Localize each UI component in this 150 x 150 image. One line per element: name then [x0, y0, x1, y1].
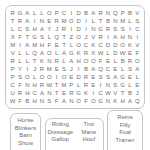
grid-cell[interactable]: L	[16, 49, 23, 57]
grid-cell[interactable]: I	[53, 73, 60, 81]
grid-cell[interactable]: R	[38, 65, 45, 73]
grid-cell[interactable]: E	[90, 73, 97, 81]
word-item: Reins	[108, 114, 142, 122]
grid-cell[interactable]: S	[38, 33, 45, 41]
grid-cell[interactable]: L	[90, 17, 97, 25]
grid-cell[interactable]: L	[53, 49, 60, 57]
grid-cell[interactable]: A	[38, 25, 45, 33]
grid-cell[interactable]: H	[31, 25, 38, 33]
grid-cell[interactable]: O	[46, 9, 53, 17]
grid-cell[interactable]: E	[53, 41, 60, 49]
grid-cell[interactable]: F	[16, 33, 23, 41]
grid-cell[interactable]: W	[97, 49, 104, 57]
grid-cell[interactable]: N	[46, 57, 53, 65]
grid-cell[interactable]: O	[24, 73, 31, 81]
grid-cell[interactable]: A	[24, 41, 31, 49]
grid-cell[interactable]: J	[68, 65, 75, 73]
grid-cell[interactable]: L	[9, 25, 16, 33]
grid-cell[interactable]: S	[112, 81, 119, 89]
grid-cell[interactable]: B	[104, 17, 111, 25]
grid-cell[interactable]: K	[38, 57, 45, 65]
grid-cell[interactable]: H	[31, 81, 38, 89]
grid-cell[interactable]: P	[119, 9, 126, 17]
grid-cell[interactable]: L	[126, 81, 133, 89]
grid-cell[interactable]: O	[134, 57, 141, 65]
grid-cell[interactable]: I	[82, 17, 89, 25]
word-item: Show	[11, 140, 40, 148]
grid-cell[interactable]: A	[90, 9, 97, 17]
grid-cell[interactable]: B	[126, 89, 133, 97]
grid-cell[interactable]: Q	[97, 65, 104, 73]
grid-cell[interactable]: E	[126, 49, 133, 57]
grid-cell[interactable]: S	[104, 73, 111, 81]
word-item: Barn	[11, 132, 40, 140]
grid-cell[interactable]: R	[38, 81, 45, 89]
grid-cell[interactable]: B	[126, 9, 133, 17]
grid-cell[interactable]: O	[82, 57, 89, 65]
grid-cell[interactable]: M	[60, 81, 67, 89]
grid-cell[interactable]: L	[75, 81, 82, 89]
grid-cell[interactable]: I	[24, 65, 31, 73]
grid-cell[interactable]: A	[126, 97, 133, 105]
grid-cell[interactable]: I	[68, 9, 75, 17]
grid-cell[interactable]: Y	[46, 25, 53, 33]
grid-cell[interactable]: N	[104, 9, 111, 17]
grid-cell[interactable]: F	[97, 57, 104, 65]
grid-cell[interactable]: A	[38, 89, 45, 97]
grid-cell[interactable]: S	[134, 17, 141, 25]
grid-cell[interactable]: G	[119, 81, 126, 89]
grid-cell[interactable]: W	[46, 81, 53, 89]
grid-cell[interactable]: A	[60, 49, 67, 57]
grid-cell[interactable]: G	[97, 97, 104, 105]
grid-cell[interactable]: L	[38, 9, 45, 17]
grid-cell[interactable]: I	[134, 33, 141, 41]
grid-cell[interactable]: E	[90, 81, 97, 89]
grid-cell[interactable]: M	[119, 17, 126, 25]
grid-cell[interactable]: R	[104, 25, 111, 33]
grid-cell[interactable]: K	[82, 89, 89, 97]
grid-cell[interactable]: L	[31, 9, 38, 17]
grid-cell[interactable]: C	[104, 65, 111, 73]
grid-cell[interactable]: L	[126, 17, 133, 25]
grid-cell[interactable]: T	[31, 57, 38, 65]
grid-cell[interactable]: E	[46, 17, 53, 25]
grid-cell[interactable]: L	[68, 41, 75, 49]
grid-cell[interactable]: H	[31, 97, 38, 105]
grid-cell[interactable]: M	[60, 17, 67, 25]
grid-cell[interactable]: P	[9, 65, 16, 73]
grid-cell[interactable]: A	[134, 65, 141, 73]
grid-cell[interactable]: J	[82, 33, 89, 41]
grid-cell[interactable]: N	[38, 17, 45, 25]
grid-cell[interactable]: H	[119, 97, 126, 105]
grid-cell[interactable]: I	[31, 17, 38, 25]
grid-cell[interactable]: G	[75, 89, 82, 97]
word-item: Dressage	[46, 129, 75, 137]
grid-cell[interactable]: C	[97, 89, 104, 97]
grid-cell[interactable]: E	[134, 81, 141, 89]
grid-cell[interactable]: S	[24, 25, 31, 33]
grid-cell[interactable]: Q	[53, 33, 60, 41]
grid-cell[interactable]: R	[60, 25, 67, 33]
grid-cell[interactable]: C	[9, 81, 16, 89]
grid-cell[interactable]: S	[97, 73, 104, 81]
grid-cell[interactable]: H	[38, 41, 45, 49]
grid-cell[interactable]: L	[24, 49, 31, 57]
grid-cell[interactable]: G	[68, 49, 75, 57]
grid-cell[interactable]: T	[24, 33, 31, 41]
grid-cell[interactable]: H	[24, 89, 31, 97]
grid-cell[interactable]: A	[24, 9, 31, 17]
grid-cell[interactable]: C	[82, 41, 89, 49]
grid-cell[interactable]: N	[104, 81, 111, 89]
grid-cell[interactable]: V	[112, 89, 119, 97]
grid-cell[interactable]: A	[60, 97, 67, 105]
grid-cell[interactable]: Q	[112, 9, 119, 17]
grid-cell[interactable]: Z	[68, 33, 75, 41]
grid-cell[interactable]: O	[46, 49, 53, 57]
grid-cell[interactable]: I	[97, 81, 104, 89]
grid-cell[interactable]: M	[46, 65, 53, 73]
grid-cell[interactable]: O	[75, 33, 82, 41]
grid-cell[interactable]: G	[31, 33, 38, 41]
grid-cell[interactable]: N	[104, 97, 111, 105]
grid-cell[interactable]: S	[46, 97, 53, 105]
grid-cell[interactable]: S	[60, 65, 67, 73]
grid-cell[interactable]: A	[112, 73, 119, 81]
grid-cell[interactable]: C	[16, 25, 23, 33]
word-item: Horse	[11, 117, 40, 125]
grid-cell[interactable]: M	[9, 41, 16, 49]
grid-cell[interactable]: N	[24, 81, 31, 89]
grid-cell[interactable]: N	[46, 89, 53, 97]
grid-cell[interactable]: Q	[31, 49, 38, 57]
grid-cell[interactable]: T	[97, 17, 104, 25]
grid-cell[interactable]: T	[119, 89, 126, 97]
grid-cell[interactable]: F	[16, 81, 23, 89]
grid-cell[interactable]: D	[75, 25, 82, 33]
word-search-board: RGALLOPCIDBARNQPBVTRAINERMODILTBNMLSLCSH…	[5, 5, 145, 109]
word-item: Riding	[46, 121, 75, 129]
grid-cell[interactable]: E	[60, 89, 67, 97]
grid-cell[interactable]: A	[112, 33, 119, 41]
word-item: Gallop	[46, 136, 75, 144]
grid-cell[interactable]: D	[112, 41, 119, 49]
grid-cell[interactable]: D	[75, 73, 82, 81]
grid-cell[interactable]: L	[46, 33, 53, 41]
grid-cell[interactable]: R	[97, 33, 104, 41]
grid-cell[interactable]: N	[90, 25, 97, 33]
grid-cell[interactable]: R	[68, 89, 75, 97]
grid-cell[interactable]: C	[134, 25, 141, 33]
grid-cell[interactable]: B	[82, 65, 89, 73]
word-item: Foal	[108, 129, 142, 137]
grid-cell[interactable]: K	[126, 41, 133, 49]
grid-cell[interactable]: F	[53, 97, 60, 105]
grid-cell[interactable]: R	[82, 81, 89, 89]
grid-cell[interactable]: S	[126, 65, 133, 73]
grid-cell[interactable]: N	[68, 97, 75, 105]
word-item: Mane	[75, 129, 104, 137]
grid-cell[interactable]: L	[134, 73, 141, 81]
grid-cell[interactable]: B	[119, 57, 126, 65]
grid-cell[interactable]: D	[75, 17, 82, 25]
grid-cell[interactable]: O	[75, 97, 82, 105]
grid-cell[interactable]: C	[60, 9, 67, 17]
grid-cell[interactable]: A	[38, 49, 45, 57]
grid-cell[interactable]: O	[75, 41, 82, 49]
grid-cell[interactable]: A	[68, 57, 75, 65]
grid-cell[interactable]: S	[112, 25, 119, 33]
grid-cell[interactable]: H	[119, 33, 126, 41]
word-bank-box-2-col-1: RidingDressageGallop	[46, 121, 75, 150]
grid-cell[interactable]: A	[24, 17, 31, 25]
grid-cell[interactable]: B	[82, 9, 89, 17]
grid-cell[interactable]: U	[9, 89, 16, 97]
grid-cell[interactable]: O	[60, 73, 67, 81]
grid-cell[interactable]: K	[90, 41, 97, 49]
grid-cell[interactable]: O	[46, 73, 53, 81]
grid-cell[interactable]: Y	[16, 65, 23, 73]
grid-cell[interactable]: V	[134, 41, 141, 49]
grid-cell[interactable]: K	[75, 49, 82, 57]
grid-cell[interactable]: J	[31, 65, 38, 73]
grid-cell[interactable]: F	[134, 49, 141, 57]
grid-cell[interactable]: T	[9, 17, 16, 25]
grid-cell[interactable]: L	[60, 57, 67, 65]
grid-cell[interactable]: D	[75, 9, 82, 17]
grid-cell[interactable]: M	[31, 41, 38, 49]
grid-cell[interactable]: R	[9, 57, 16, 65]
word-item: Blinkers	[11, 125, 40, 133]
grid-cell[interactable]: S	[16, 73, 23, 81]
word-bank-box-2: RidingDressageGallop TrotManeHoof	[45, 118, 104, 150]
word-item: Trainer	[108, 137, 142, 145]
grid-cell[interactable]: Q	[134, 97, 141, 105]
grid-cell[interactable]: O	[38, 73, 45, 81]
grid-cell[interactable]: C	[97, 41, 104, 49]
grid-cell[interactable]: T	[53, 89, 60, 97]
word-bank-box-2-col-2: TrotManeHoof	[75, 121, 104, 150]
grid-cell[interactable]: A	[90, 65, 97, 73]
grid-cell[interactable]: F	[16, 97, 23, 105]
grid-cell[interactable]: R	[16, 89, 23, 97]
grid-cell[interactable]: L	[16, 57, 23, 65]
grid-cell[interactable]: E	[68, 73, 75, 81]
grid-cell[interactable]: G	[97, 25, 104, 33]
grid-cell[interactable]: G	[16, 9, 23, 17]
grid-cell[interactable]: F	[82, 97, 89, 105]
grid-cell[interactable]: E	[53, 65, 60, 73]
grid-cell[interactable]: E	[104, 57, 111, 65]
grid-cell[interactable]: P	[53, 9, 60, 17]
grid-cell[interactable]: O	[68, 17, 75, 25]
grid-cell[interactable]: R	[82, 73, 89, 81]
grid-cell[interactable]: B	[24, 97, 31, 105]
grid-cell[interactable]: I	[16, 41, 23, 49]
grid-cell[interactable]: J	[53, 25, 60, 33]
grid-cell[interactable]: I	[82, 25, 89, 33]
word-item: Trot	[75, 121, 104, 129]
grid-cell[interactable]: W	[119, 49, 126, 57]
grid-cell[interactable]: R	[9, 9, 16, 17]
grid-cell[interactable]: L	[104, 49, 111, 57]
grid-cell[interactable]: J	[134, 89, 141, 97]
grid-cell[interactable]: C	[31, 89, 38, 97]
grid-cell[interactable]: V	[134, 9, 141, 17]
grid-cell[interactable]: L	[119, 65, 126, 73]
grid-cell[interactable]: V	[9, 49, 16, 57]
grid-cell[interactable]: I	[75, 65, 82, 73]
grid-cell[interactable]: I	[104, 33, 111, 41]
grid-cell[interactable]: L	[31, 73, 38, 81]
grid-cell[interactable]: D	[112, 49, 119, 57]
grid-cell[interactable]: D	[104, 41, 111, 49]
grid-cell[interactable]: I	[68, 25, 75, 33]
grid-cell[interactable]: X	[9, 33, 16, 41]
grid-cell[interactable]: E	[126, 73, 133, 81]
grid-cell[interactable]: T	[60, 33, 67, 41]
word-bank-box-1: HorseBlinkersBarnShow	[10, 113, 41, 150]
grid-cell[interactable]: W	[104, 89, 111, 97]
grid-cell[interactable]: O	[119, 41, 126, 49]
grid-cell[interactable]: V	[90, 33, 97, 41]
grid-cell[interactable]: O	[90, 57, 97, 65]
grid-cell[interactable]: I	[126, 25, 133, 33]
grid-cell[interactable]: G	[119, 73, 126, 81]
grid-cell[interactable]: S	[119, 25, 126, 33]
grid-cell[interactable]: L	[24, 57, 31, 65]
grid-cell[interactable]: H	[75, 57, 82, 65]
grid-cell[interactable]: L	[112, 57, 119, 65]
grid-cell[interactable]: R	[53, 17, 60, 25]
grid-cell[interactable]: R	[53, 57, 60, 65]
grid-cell[interactable]: R	[82, 49, 89, 57]
grid-cell[interactable]: N	[112, 17, 119, 25]
grid-cell[interactable]: O	[90, 97, 97, 105]
word-bank-box-3: ReinsFillyFoalTrainer	[107, 110, 143, 150]
grid-cell[interactable]: R	[97, 9, 104, 17]
grid-cell[interactable]: P	[9, 73, 16, 81]
grid-cell[interactable]: R	[126, 57, 133, 65]
grid-cell[interactable]: N	[126, 33, 133, 41]
grid-cell[interactable]: F	[46, 41, 53, 49]
grid-cell[interactable]: N	[38, 97, 45, 105]
grid-cell[interactable]: E	[112, 65, 119, 73]
grid-cell[interactable]: T	[60, 41, 67, 49]
word-item: Filly	[108, 122, 142, 130]
grid-cell[interactable]: X	[90, 49, 97, 57]
grid-cell[interactable]: K	[112, 97, 119, 105]
grid-cell[interactable]: T	[53, 81, 60, 89]
grid-cell[interactable]: P	[68, 81, 75, 89]
grid-cell[interactable]: W	[9, 97, 16, 105]
word-item: Hoof	[75, 136, 104, 144]
grid-cell[interactable]: I	[90, 89, 97, 97]
grid-cell[interactable]: R	[16, 17, 23, 25]
